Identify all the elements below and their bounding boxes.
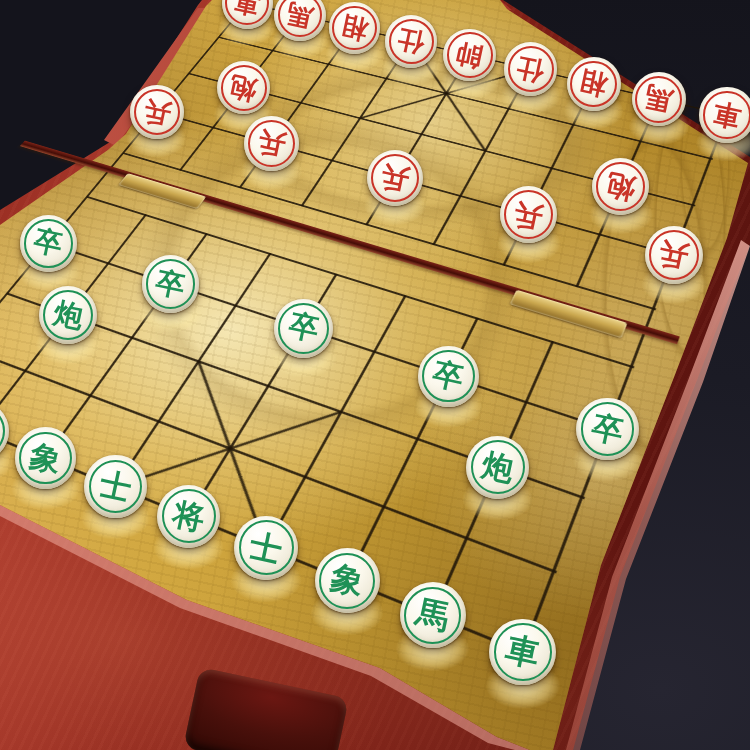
piece-engraved-ring: 卒	[422, 350, 474, 402]
piece-character: 炮	[51, 298, 86, 333]
piece-green-horse-b[interactable]: 馬	[400, 582, 466, 648]
piece-character: 兵	[512, 198, 546, 232]
piece-green-soldier-c[interactable]: 卒	[274, 299, 333, 358]
piece-red-advisor-b[interactable]: 仕	[504, 42, 558, 96]
piece-character: 士	[247, 529, 285, 567]
piece-engraved-ring: 兵	[248, 120, 295, 167]
piece-green-elephant-b[interactable]: 象	[315, 548, 380, 613]
piece-green-cannon-b[interactable]: 炮	[466, 436, 529, 499]
piece-green-advisor-b[interactable]: 士	[234, 516, 298, 580]
piece-character: 卒	[286, 311, 321, 346]
piece-character: 象	[27, 440, 63, 476]
piece-red-soldier-e[interactable]: 兵	[645, 226, 703, 284]
piece-character: 卒	[431, 358, 467, 394]
piece-engraved-ring: 馬	[278, 0, 322, 37]
piece-engraved-ring: 相	[332, 6, 377, 51]
piece-engraved-ring: 卒	[278, 303, 329, 354]
piece-character: 将	[170, 498, 207, 535]
piece-red-soldier-b[interactable]: 兵	[244, 116, 299, 171]
piece-red-advisor-a[interactable]: 仕	[385, 15, 437, 67]
piece-character: 仕	[396, 26, 427, 57]
piece-engraved-ring: 仕	[508, 46, 554, 92]
piece-character: 車	[711, 99, 744, 132]
piece-character: 兵	[378, 161, 411, 194]
piece-green-general[interactable]: 将	[157, 485, 220, 548]
photo-of-xiangqi-board: 車馬相仕帥仕相馬車炮炮兵兵兵兵兵卒卒卒卒卒炮炮車馬象士将士象馬車	[0, 0, 750, 750]
piece-engraved-ring: 卒	[24, 219, 73, 268]
piece-engraved-ring: 馬	[635, 76, 682, 123]
piece-engraved-ring: 兵	[371, 154, 419, 202]
piece-character: 帥	[454, 39, 485, 70]
piece-engraved-ring: 将	[162, 489, 216, 543]
piece-engraved-ring: 士	[89, 460, 143, 514]
piece-character: 炮	[604, 169, 638, 203]
piece-character: 車	[232, 0, 262, 18]
piece-red-soldier-a[interactable]: 兵	[130, 85, 184, 139]
piece-green-soldier-b[interactable]: 卒	[142, 255, 200, 313]
piece-engraved-ring: 炮	[221, 65, 267, 111]
piece-character: 兵	[255, 128, 287, 160]
piece-character: 車	[503, 632, 543, 672]
piece-engraved-ring: 兵	[134, 89, 180, 135]
piece-engraved-ring: 兵	[649, 230, 699, 280]
piece-character: 仕	[515, 53, 547, 85]
piece-engraved-ring: 馬	[404, 587, 461, 644]
piece-green-elephant-a[interactable]: 象	[15, 427, 77, 489]
piece-engraved-ring: 炮	[471, 440, 525, 494]
piece-character: 馬	[285, 0, 316, 31]
piece-engraved-ring: 卒	[146, 259, 196, 309]
piece-engraved-ring: 炮	[43, 290, 93, 340]
piece-engraved-ring: 兵	[504, 190, 553, 239]
piece-engraved-ring: 象	[19, 432, 72, 485]
piece-character: 炮	[228, 72, 260, 104]
piece-green-soldier-e[interactable]: 卒	[576, 398, 638, 460]
piece-character: 相	[339, 13, 370, 44]
piece-character: 兵	[141, 96, 173, 128]
piece-engraved-ring: 車	[494, 623, 552, 681]
piece-character: 士	[97, 468, 134, 505]
piece-character: 卒	[153, 267, 187, 301]
piece-engraved-ring: 車	[703, 91, 750, 138]
piece-engraved-ring: 車	[225, 0, 269, 25]
piece-character: 相	[578, 68, 610, 100]
piece-red-cannon-b[interactable]: 炮	[592, 158, 649, 215]
piece-character: 卒	[589, 411, 626, 448]
piece-red-elephant-b[interactable]: 相	[567, 57, 621, 111]
piece-character: 卒	[32, 227, 66, 261]
piece-engraved-ring: 相	[570, 61, 616, 107]
piece-engraved-ring: 卒	[581, 402, 635, 456]
piece-character: 象	[328, 561, 367, 600]
piece-red-elephant-a[interactable]: 相	[329, 2, 381, 54]
piece-red-soldier-c[interactable]: 兵	[367, 150, 423, 206]
piece-engraved-ring: 炮	[596, 162, 645, 211]
piece-character: 炮	[479, 449, 516, 486]
piece-engraved-ring: 士	[239, 520, 294, 575]
piece-engraved-ring: 帥	[447, 32, 493, 78]
piece-green-soldier-d[interactable]: 卒	[418, 346, 479, 407]
piece-character: 馬	[643, 83, 675, 115]
piece-character: 馬	[413, 596, 452, 635]
piece-green-advisor-a[interactable]: 士	[84, 455, 146, 517]
piece-green-soldier-a[interactable]: 卒	[20, 215, 77, 272]
piece-character: 兵	[656, 238, 691, 273]
piece-engraved-ring: 象	[319, 553, 375, 609]
piece-engraved-ring: 仕	[389, 19, 434, 64]
piece-red-chariot-b[interactable]: 車	[699, 87, 750, 142]
